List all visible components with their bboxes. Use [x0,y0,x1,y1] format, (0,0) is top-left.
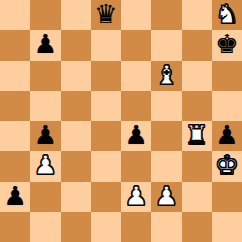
square-d1[interactable] [91,212,121,242]
square-g5[interactable] [182,91,212,121]
square-c8[interactable] [61,0,91,30]
square-d7[interactable] [91,30,121,60]
square-g7[interactable] [182,30,212,60]
square-b8[interactable] [30,0,60,30]
square-f3[interactable] [151,151,181,181]
square-c7[interactable] [61,30,91,60]
square-b6[interactable] [30,61,60,91]
square-e4[interactable]: ♟ [121,121,151,151]
square-g4[interactable]: ♜ [182,121,212,151]
square-b4[interactable]: ♟ [30,121,60,151]
white-knight[interactable]: ♞ [215,1,238,27]
white-king[interactable]: ♚ [215,152,238,178]
square-b7[interactable]: ♟ [30,30,60,60]
square-e8[interactable] [121,0,151,30]
square-f6[interactable]: ♝ [151,61,181,91]
square-c6[interactable] [61,61,91,91]
square-g1[interactable] [182,212,212,242]
square-d2[interactable] [91,182,121,212]
square-f4[interactable] [151,121,181,151]
square-a2[interactable]: ♟ [0,182,30,212]
square-b2[interactable] [30,182,60,212]
square-h2[interactable] [212,182,242,212]
square-f7[interactable] [151,30,181,60]
square-h5[interactable] [212,91,242,121]
square-e5[interactable] [121,91,151,121]
square-b3[interactable]: ♟ [30,151,60,181]
black-pawn[interactable]: ♟ [34,31,57,57]
square-a1[interactable] [0,212,30,242]
square-a6[interactable] [0,61,30,91]
white-pawn[interactable]: ♟ [155,183,178,209]
white-bishop[interactable]: ♝ [155,62,178,88]
square-h3[interactable]: ♚ [212,151,242,181]
square-f8[interactable] [151,0,181,30]
square-h1[interactable] [212,212,242,242]
square-e7[interactable] [121,30,151,60]
white-rook[interactable]: ♜ [185,122,208,148]
square-h8[interactable]: ♞ [212,0,242,30]
square-c1[interactable] [61,212,91,242]
square-d5[interactable] [91,91,121,121]
square-d8[interactable]: ♛ [91,0,121,30]
square-c3[interactable] [61,151,91,181]
square-e1[interactable] [121,212,151,242]
square-g6[interactable] [182,61,212,91]
square-d6[interactable] [91,61,121,91]
square-d3[interactable] [91,151,121,181]
black-pawn[interactable]: ♟ [3,183,26,209]
square-e6[interactable] [121,61,151,91]
square-a7[interactable] [0,30,30,60]
square-c2[interactable] [61,182,91,212]
square-a3[interactable] [0,151,30,181]
square-c5[interactable] [61,91,91,121]
square-d4[interactable] [91,121,121,151]
black-pawn[interactable]: ♟ [124,122,147,148]
square-b5[interactable] [30,91,60,121]
square-a8[interactable] [0,0,30,30]
black-king[interactable]: ♚ [215,31,238,57]
square-f5[interactable] [151,91,181,121]
square-c4[interactable] [61,121,91,151]
square-f1[interactable] [151,212,181,242]
white-pawn[interactable]: ♟ [34,152,57,178]
square-g8[interactable] [182,0,212,30]
square-g3[interactable] [182,151,212,181]
square-e2[interactable]: ♟ [121,182,151,212]
white-pawn[interactable]: ♟ [124,183,147,209]
square-a5[interactable] [0,91,30,121]
chess-board: ♛♞♟♚♝♟♟♜♟♟♚♟♟♟ [0,0,242,242]
black-queen[interactable]: ♛ [94,1,117,27]
square-h7[interactable]: ♚ [212,30,242,60]
black-pawn[interactable]: ♟ [215,122,238,148]
square-b1[interactable] [30,212,60,242]
square-h4[interactable]: ♟ [212,121,242,151]
square-e3[interactable] [121,151,151,181]
square-g2[interactable] [182,182,212,212]
black-pawn[interactable]: ♟ [34,122,57,148]
square-f2[interactable]: ♟ [151,182,181,212]
square-a4[interactable] [0,121,30,151]
square-h6[interactable] [212,61,242,91]
